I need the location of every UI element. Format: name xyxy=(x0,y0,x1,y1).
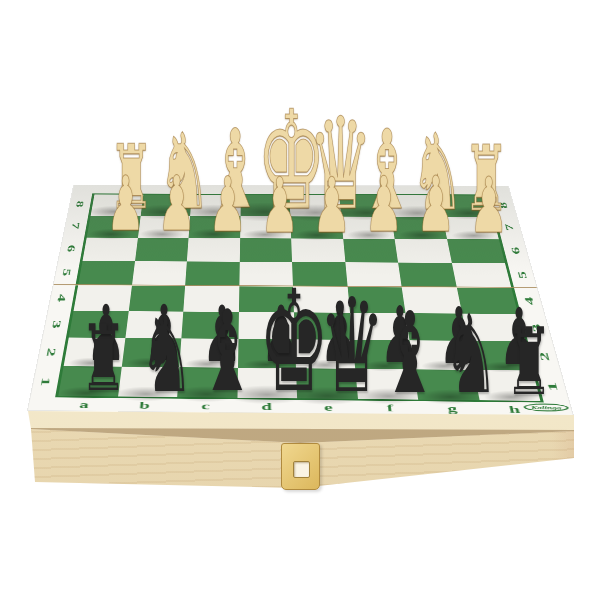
square-a4 xyxy=(74,285,132,311)
latch-hole xyxy=(293,461,310,478)
square-f5 xyxy=(345,262,402,287)
square-h4 xyxy=(456,287,518,313)
square-h3 xyxy=(462,313,525,341)
square-f6 xyxy=(343,239,398,263)
square-e4 xyxy=(293,286,350,312)
square-h2 xyxy=(467,341,532,370)
square-c6 xyxy=(187,238,240,262)
rank-label-left-5: 5 xyxy=(59,265,74,280)
square-a2 xyxy=(64,338,125,367)
square-g7 xyxy=(391,217,446,240)
rank-label-left-2: 2 xyxy=(43,343,60,361)
chess-set-photo: Kalinga abcdefgh1122334455667788 ♜♞♝♚♛♝♞… xyxy=(0,0,600,600)
square-g2 xyxy=(409,340,472,369)
square-a3 xyxy=(69,311,129,338)
square-g8 xyxy=(388,195,442,216)
vinyl-board-surface: Kalinga abcdefgh1122334455667788 xyxy=(28,185,573,416)
square-g4 xyxy=(402,287,462,313)
square-c4 xyxy=(183,286,239,312)
square-b8 xyxy=(140,195,191,216)
square-h1 xyxy=(473,370,540,401)
square-g5 xyxy=(398,262,456,287)
rank-label-right-3: 3 xyxy=(528,319,546,336)
rank-label-right-8: 8 xyxy=(496,199,512,212)
square-a8 xyxy=(91,194,143,215)
file-label-c: c xyxy=(175,401,237,412)
square-b7 xyxy=(138,216,191,238)
square-h6 xyxy=(447,239,505,263)
rank-label-right-4: 4 xyxy=(521,293,539,309)
file-label-g: g xyxy=(420,403,484,414)
square-g6 xyxy=(395,239,452,263)
rank-label-left-7: 7 xyxy=(68,219,82,233)
square-c8 xyxy=(190,195,240,216)
square-e7 xyxy=(290,216,342,238)
square-b6 xyxy=(135,238,189,261)
square-c3 xyxy=(181,311,238,339)
square-e2 xyxy=(295,339,355,368)
square-d5 xyxy=(239,262,293,287)
rank-label-right-5: 5 xyxy=(514,267,531,282)
rank-label-right-6: 6 xyxy=(508,243,524,258)
square-d4 xyxy=(238,286,293,312)
square-c1 xyxy=(177,367,237,398)
rank-label-left-4: 4 xyxy=(54,290,70,306)
square-f3 xyxy=(350,313,410,341)
rank-label-left-8: 8 xyxy=(73,197,87,210)
square-a7 xyxy=(87,216,141,238)
square-a1 xyxy=(58,366,121,397)
square-f1 xyxy=(355,369,418,400)
square-g3 xyxy=(405,313,467,341)
square-f7 xyxy=(341,216,395,239)
square-f2 xyxy=(352,340,414,369)
file-label-f: f xyxy=(359,403,422,414)
square-d8 xyxy=(240,195,290,216)
square-e8 xyxy=(290,195,341,216)
board-grid xyxy=(55,193,544,402)
file-label-h: h xyxy=(482,404,547,415)
rank-label-right-2: 2 xyxy=(535,348,554,366)
square-d2 xyxy=(238,339,296,368)
square-h7 xyxy=(442,217,499,240)
square-f8 xyxy=(339,195,392,216)
square-f4 xyxy=(347,287,405,313)
square-b5 xyxy=(132,261,187,286)
square-b4 xyxy=(128,285,185,311)
square-d7 xyxy=(240,216,291,238)
square-b1 xyxy=(118,366,180,397)
rank-label-right-7: 7 xyxy=(502,220,518,234)
square-e3 xyxy=(294,312,352,340)
rank-label-right-1: 1 xyxy=(543,377,562,396)
square-e5 xyxy=(292,262,347,287)
square-d3 xyxy=(238,312,295,340)
square-h5 xyxy=(451,263,511,288)
file-label-e: e xyxy=(297,402,359,413)
square-h8 xyxy=(438,195,493,217)
square-e1 xyxy=(296,368,358,399)
rank-label-left-1: 1 xyxy=(37,373,54,392)
square-c7 xyxy=(189,216,241,238)
square-a5 xyxy=(78,261,134,286)
file-label-d: d xyxy=(236,401,298,412)
square-b2 xyxy=(121,338,181,367)
square-e6 xyxy=(291,238,345,262)
square-d1 xyxy=(237,368,297,399)
file-label-b: b xyxy=(114,400,176,411)
rank-label-left-6: 6 xyxy=(64,241,79,255)
square-c2 xyxy=(179,338,238,367)
file-label-a: a xyxy=(53,399,115,410)
square-d6 xyxy=(239,238,292,262)
square-c5 xyxy=(185,261,239,286)
square-g1 xyxy=(414,369,479,400)
brass-latch xyxy=(281,443,320,490)
square-a6 xyxy=(83,238,138,261)
square-b3 xyxy=(125,311,183,338)
rank-label-left-3: 3 xyxy=(48,316,64,333)
